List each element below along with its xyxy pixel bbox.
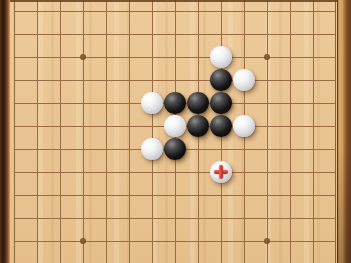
board-intersection[interactable] [14, 172, 37, 195]
board-intersection[interactable] [152, 172, 175, 195]
board-intersection[interactable] [221, 195, 244, 218]
board-intersection[interactable] [244, 149, 267, 172]
board-intersection[interactable] [83, 195, 106, 218]
board-intersection[interactable] [244, 34, 267, 57]
board-intersection[interactable] [14, 57, 37, 80]
board-intersection[interactable] [198, 218, 221, 241]
black-stone [187, 115, 209, 137]
board-intersection[interactable] [129, 195, 152, 218]
board-intersection[interactable] [175, 172, 198, 195]
board-intersection[interactable] [37, 195, 60, 218]
board-intersection[interactable] [14, 149, 37, 172]
black-stone [164, 138, 186, 160]
board-intersection[interactable] [83, 0, 106, 11]
board-intersection[interactable] [83, 149, 106, 172]
board-intersection[interactable] [175, 34, 198, 57]
white-stone [233, 69, 255, 91]
board-intersection[interactable] [83, 57, 106, 80]
board-intersection[interactable] [175, 0, 198, 11]
board-intersection[interactable] [290, 80, 313, 103]
board-intersection[interactable] [60, 149, 83, 172]
board-intersection[interactable] [313, 0, 336, 11]
board-intersection[interactable] [267, 149, 290, 172]
board-intersection[interactable] [313, 103, 336, 126]
board-intersection[interactable] [83, 172, 106, 195]
board-intersection[interactable] [175, 218, 198, 241]
board-intersection[interactable] [267, 57, 290, 80]
board-intersection[interactable] [244, 241, 267, 263]
board-intersection[interactable] [14, 241, 37, 263]
white-stone [141, 138, 163, 160]
board-intersection[interactable] [244, 172, 267, 195]
board-intersection[interactable] [267, 241, 290, 263]
board-intersection[interactable] [83, 126, 106, 149]
board-intersection[interactable] [106, 57, 129, 80]
board-intersection[interactable] [221, 241, 244, 263]
board-intersection[interactable] [267, 0, 290, 11]
board-intersection[interactable] [290, 103, 313, 126]
board-intersection[interactable] [129, 218, 152, 241]
board-intersection[interactable] [14, 195, 37, 218]
black-stone [210, 92, 232, 114]
board-intersection[interactable] [313, 195, 336, 218]
board-intersection[interactable] [152, 195, 175, 218]
board-intersection[interactable] [106, 103, 129, 126]
board-intersection[interactable] [60, 218, 83, 241]
board-intersection[interactable] [14, 126, 37, 149]
board-intersection[interactable] [152, 0, 175, 11]
board-intersection[interactable] [83, 11, 106, 34]
white-stone [233, 115, 255, 137]
board-intersection[interactable] [198, 11, 221, 34]
board-intersection[interactable] [14, 11, 37, 34]
board-intersection[interactable] [267, 80, 290, 103]
board-intersection[interactable] [37, 57, 60, 80]
board-intersection[interactable] [14, 218, 37, 241]
board-intersection[interactable] [60, 57, 83, 80]
board-intersection[interactable] [175, 195, 198, 218]
board-intersection[interactable] [290, 172, 313, 195]
board-intersection[interactable] [175, 11, 198, 34]
board-intersection[interactable] [152, 11, 175, 34]
white-stone [210, 46, 232, 68]
board-intersection[interactable] [60, 126, 83, 149]
star-point [264, 238, 270, 244]
white-stone-last-move [210, 161, 232, 183]
board-intersection[interactable] [83, 241, 106, 263]
board-intersection[interactable] [267, 195, 290, 218]
board-intersection[interactable] [37, 172, 60, 195]
board-intersection[interactable] [313, 80, 336, 103]
white-stone [164, 115, 186, 137]
board-intersection[interactable] [14, 80, 37, 103]
board-intersection[interactable] [290, 126, 313, 149]
board-intersection[interactable] [37, 80, 60, 103]
board-intersection[interactable] [37, 103, 60, 126]
board-intersection[interactable] [37, 149, 60, 172]
board-intersection[interactable] [152, 57, 175, 80]
board-intersection[interactable] [37, 126, 60, 149]
board-intersection[interactable] [290, 218, 313, 241]
board-intersection[interactable] [267, 34, 290, 57]
board-intersection[interactable] [60, 172, 83, 195]
board-intersection[interactable] [106, 34, 129, 57]
board-intersection[interactable] [60, 80, 83, 103]
board-intersection[interactable] [313, 11, 336, 34]
board-intersection[interactable] [129, 11, 152, 34]
board-intersection[interactable] [267, 11, 290, 34]
gomoku-app-screen [0, 0, 351, 263]
board-intersection[interactable] [244, 218, 267, 241]
board-intersection[interactable] [37, 11, 60, 34]
board-intersection[interactable] [129, 0, 152, 11]
black-stone [164, 92, 186, 114]
board-intersection[interactable] [267, 103, 290, 126]
board-intersection[interactable] [267, 172, 290, 195]
board-intersection[interactable] [198, 195, 221, 218]
board-intersection[interactable] [106, 126, 129, 149]
board-intersection[interactable] [198, 241, 221, 263]
board-intersection[interactable] [37, 0, 60, 11]
board-intersection[interactable] [244, 0, 267, 11]
board-intersection[interactable] [60, 103, 83, 126]
board-frame-right [337, 0, 351, 263]
board-intersection[interactable] [221, 0, 244, 11]
black-stone [210, 69, 232, 91]
black-stone [187, 92, 209, 114]
board-intersection[interactable] [313, 218, 336, 241]
board-intersection[interactable] [60, 195, 83, 218]
board-intersection[interactable] [313, 57, 336, 80]
board-intersection[interactable] [106, 241, 129, 263]
board-intersection[interactable] [106, 218, 129, 241]
board-intersection[interactable] [60, 11, 83, 34]
board-intersection[interactable] [267, 218, 290, 241]
board-intersection[interactable] [198, 0, 221, 11]
board-intersection[interactable] [175, 241, 198, 263]
board-intersection[interactable] [106, 0, 129, 11]
board-intersection[interactable] [60, 0, 83, 11]
star-point [80, 54, 86, 60]
board-intersection[interactable] [106, 11, 129, 34]
board-intersection[interactable] [106, 195, 129, 218]
board-intersection[interactable] [313, 149, 336, 172]
board-intersection[interactable] [129, 172, 152, 195]
board-top-edge-line [10, 0, 338, 2]
board-intersection[interactable] [221, 218, 244, 241]
board-intersection[interactable] [83, 103, 106, 126]
board-intersection[interactable] [129, 241, 152, 263]
star-point [264, 54, 270, 60]
board-intersection[interactable] [14, 103, 37, 126]
board-intersection[interactable] [152, 218, 175, 241]
board-intersection[interactable] [152, 241, 175, 263]
board-intersection[interactable] [14, 34, 37, 57]
board-intersection[interactable] [106, 80, 129, 103]
board-intersection[interactable] [313, 34, 336, 57]
board-intersection[interactable] [152, 34, 175, 57]
board-intersection[interactable] [267, 126, 290, 149]
board-frame-left [0, 0, 10, 263]
board-intersection[interactable] [290, 0, 313, 11]
board-intersection[interactable] [290, 57, 313, 80]
board-intersection[interactable] [290, 34, 313, 57]
board-intersection[interactable] [129, 34, 152, 57]
board-intersection[interactable] [106, 149, 129, 172]
board-intersection[interactable] [83, 34, 106, 57]
star-point [80, 238, 86, 244]
board-intersection[interactable] [244, 11, 267, 34]
board-intersection[interactable] [290, 195, 313, 218]
board-intersection[interactable] [37, 34, 60, 57]
board-intersection[interactable] [244, 195, 267, 218]
board-intersection[interactable] [313, 126, 336, 149]
board-intersection[interactable] [313, 241, 336, 263]
board-intersection[interactable] [290, 11, 313, 34]
board-intersection[interactable] [221, 11, 244, 34]
black-stone [210, 115, 232, 137]
board-intersection[interactable] [60, 241, 83, 263]
board-intersection[interactable] [313, 172, 336, 195]
board-intersection[interactable] [37, 218, 60, 241]
board-intersection[interactable] [83, 80, 106, 103]
board-intersection[interactable] [60, 34, 83, 57]
board-intersection[interactable] [129, 57, 152, 80]
board-intersection[interactable] [290, 241, 313, 263]
gomoku-board[interactable] [0, 0, 351, 263]
board-intersection[interactable] [37, 241, 60, 263]
board-intersection[interactable] [106, 172, 129, 195]
board-intersection[interactable] [290, 149, 313, 172]
board-intersection[interactable] [83, 218, 106, 241]
white-stone [141, 92, 163, 114]
board-intersection[interactable] [175, 57, 198, 80]
board-intersection[interactable] [14, 0, 37, 11]
